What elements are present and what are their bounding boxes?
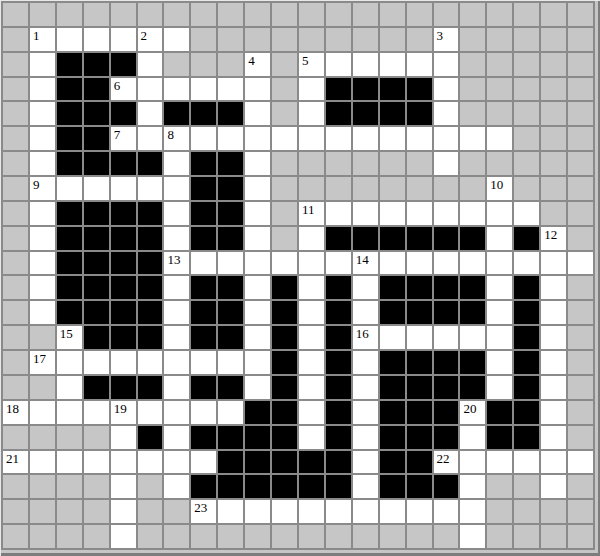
white-cell[interactable] xyxy=(380,252,405,275)
unused-cell xyxy=(353,3,378,26)
black-cell xyxy=(111,376,136,399)
white-cell[interactable] xyxy=(111,451,136,474)
unused-cell xyxy=(164,500,189,523)
white-cell[interactable]: 18 xyxy=(3,401,28,424)
white-cell[interactable] xyxy=(487,376,512,399)
unused-cell xyxy=(353,525,378,548)
unused-cell xyxy=(568,28,593,51)
unused-cell xyxy=(191,53,216,76)
white-cell[interactable] xyxy=(84,351,109,374)
unused-cell xyxy=(487,525,512,548)
black-cell xyxy=(84,78,109,101)
unused-cell xyxy=(541,177,566,200)
unused-cell xyxy=(380,152,405,175)
white-cell[interactable] xyxy=(460,326,485,349)
white-cell[interactable] xyxy=(272,500,297,523)
white-cell[interactable] xyxy=(138,451,163,474)
black-cell xyxy=(57,202,82,225)
white-cell[interactable] xyxy=(164,426,189,449)
black-cell xyxy=(272,401,297,424)
white-cell[interactable] xyxy=(353,500,378,523)
unused-cell xyxy=(3,177,28,200)
white-cell[interactable] xyxy=(138,78,163,101)
white-cell[interactable] xyxy=(57,177,82,200)
unused-cell xyxy=(111,3,136,26)
white-cell[interactable] xyxy=(380,326,405,349)
white-cell[interactable] xyxy=(84,28,109,51)
unused-cell xyxy=(272,102,297,125)
white-cell[interactable] xyxy=(487,227,512,250)
unused-cell xyxy=(568,301,593,324)
unused-cell xyxy=(3,127,28,150)
white-cell[interactable] xyxy=(164,276,189,299)
black-cell xyxy=(138,252,163,275)
white-cell[interactable] xyxy=(245,202,270,225)
white-cell[interactable] xyxy=(218,252,243,275)
white-cell[interactable] xyxy=(111,500,136,523)
unused-cell xyxy=(272,3,297,26)
white-cell[interactable] xyxy=(164,78,189,101)
white-cell[interactable] xyxy=(541,301,566,324)
white-cell[interactable]: 19 xyxy=(111,401,136,424)
white-cell[interactable] xyxy=(299,401,324,424)
white-cell[interactable] xyxy=(30,127,55,150)
black-cell xyxy=(380,401,405,424)
white-cell[interactable] xyxy=(164,401,189,424)
unused-cell xyxy=(3,3,28,26)
unused-cell xyxy=(218,28,243,51)
white-cell[interactable] xyxy=(380,202,405,225)
white-cell[interactable] xyxy=(460,475,485,498)
white-cell[interactable] xyxy=(191,252,216,275)
white-cell[interactable] xyxy=(245,177,270,200)
white-cell[interactable] xyxy=(434,78,459,101)
black-cell xyxy=(407,475,432,498)
white-cell[interactable]: 7 xyxy=(111,127,136,150)
white-cell[interactable] xyxy=(487,351,512,374)
black-cell xyxy=(380,376,405,399)
white-cell[interactable] xyxy=(299,326,324,349)
black-cell xyxy=(407,376,432,399)
white-cell[interactable] xyxy=(111,28,136,51)
white-cell[interactable]: 11 xyxy=(299,202,324,225)
black-cell xyxy=(57,53,82,76)
white-cell[interactable] xyxy=(191,401,216,424)
white-cell[interactable] xyxy=(407,500,432,523)
black-cell xyxy=(353,78,378,101)
white-cell[interactable] xyxy=(30,451,55,474)
white-cell[interactable] xyxy=(84,401,109,424)
unused-cell xyxy=(57,525,82,548)
unused-cell xyxy=(407,177,432,200)
white-cell[interactable] xyxy=(30,301,55,324)
white-cell[interactable] xyxy=(218,127,243,150)
white-cell[interactable]: 3 xyxy=(434,28,459,51)
white-cell[interactable]: 23 xyxy=(191,500,216,523)
white-cell[interactable] xyxy=(514,451,539,474)
white-cell[interactable] xyxy=(460,500,485,523)
black-cell xyxy=(191,276,216,299)
white-cell[interactable]: 16 xyxy=(353,326,378,349)
unused-cell xyxy=(514,102,539,125)
white-cell[interactable] xyxy=(487,301,512,324)
white-cell[interactable] xyxy=(164,376,189,399)
white-cell[interactable] xyxy=(353,475,378,498)
white-cell[interactable] xyxy=(218,401,243,424)
white-cell[interactable] xyxy=(434,53,459,76)
unused-cell xyxy=(541,500,566,523)
white-cell[interactable] xyxy=(326,53,351,76)
unused-cell xyxy=(460,152,485,175)
unused-cell xyxy=(460,28,485,51)
unused-cell xyxy=(568,102,593,125)
white-cell[interactable] xyxy=(84,451,109,474)
unused-cell xyxy=(380,525,405,548)
crossword-grid: 1234567891011121314151617181920212223 xyxy=(1,1,595,550)
white-cell[interactable] xyxy=(164,28,189,51)
white-cell[interactable] xyxy=(111,351,136,374)
white-cell[interactable] xyxy=(326,127,351,150)
black-cell xyxy=(57,276,82,299)
white-cell[interactable] xyxy=(541,475,566,498)
unused-cell xyxy=(164,3,189,26)
white-cell[interactable] xyxy=(460,426,485,449)
unused-cell xyxy=(164,53,189,76)
white-cell[interactable] xyxy=(164,301,189,324)
unused-cell xyxy=(3,426,28,449)
black-cell xyxy=(164,102,189,125)
black-cell xyxy=(272,326,297,349)
black-cell xyxy=(138,227,163,250)
unused-cell xyxy=(84,426,109,449)
white-cell[interactable] xyxy=(541,426,566,449)
unused-cell xyxy=(541,152,566,175)
white-cell[interactable]: 20 xyxy=(460,401,485,424)
white-cell[interactable] xyxy=(434,500,459,523)
white-cell[interactable] xyxy=(353,276,378,299)
black-cell xyxy=(407,401,432,424)
unused-cell xyxy=(30,500,55,523)
white-cell[interactable]: 12 xyxy=(541,227,566,250)
black-cell xyxy=(191,376,216,399)
unused-cell xyxy=(272,202,297,225)
white-cell[interactable] xyxy=(353,401,378,424)
white-cell[interactable] xyxy=(111,525,136,548)
white-cell[interactable] xyxy=(299,78,324,101)
unused-cell xyxy=(568,177,593,200)
black-cell xyxy=(380,78,405,101)
white-cell[interactable]: 22 xyxy=(434,451,459,474)
white-cell[interactable] xyxy=(299,252,324,275)
white-cell[interactable] xyxy=(30,152,55,175)
black-cell xyxy=(272,451,297,474)
white-cell[interactable] xyxy=(353,127,378,150)
clue-number: 16 xyxy=(353,326,378,341)
white-cell[interactable] xyxy=(245,276,270,299)
white-cell[interactable] xyxy=(353,53,378,76)
black-cell xyxy=(407,102,432,125)
white-cell[interactable] xyxy=(245,152,270,175)
white-cell[interactable] xyxy=(57,401,82,424)
white-cell[interactable] xyxy=(568,451,593,474)
unused-cell xyxy=(568,53,593,76)
white-cell[interactable] xyxy=(164,227,189,250)
white-cell[interactable] xyxy=(30,53,55,76)
white-cell[interactable] xyxy=(326,500,351,523)
clue-number: 9 xyxy=(30,177,55,192)
white-cell[interactable] xyxy=(299,276,324,299)
white-cell[interactable]: 6 xyxy=(111,78,136,101)
white-cell[interactable] xyxy=(138,127,163,150)
unused-cell xyxy=(487,3,512,26)
white-cell[interactable]: 5 xyxy=(299,53,324,76)
white-cell[interactable] xyxy=(245,301,270,324)
white-cell[interactable] xyxy=(326,252,351,275)
unused-cell xyxy=(460,102,485,125)
white-cell[interactable] xyxy=(57,451,82,474)
white-cell[interactable] xyxy=(299,376,324,399)
unused-cell xyxy=(541,102,566,125)
black-cell xyxy=(84,53,109,76)
unused-cell xyxy=(434,525,459,548)
unused-cell xyxy=(84,525,109,548)
white-cell[interactable] xyxy=(380,500,405,523)
white-cell[interactable] xyxy=(353,376,378,399)
black-cell xyxy=(84,127,109,150)
white-cell[interactable] xyxy=(272,252,297,275)
white-cell[interactable] xyxy=(487,127,512,150)
white-cell[interactable] xyxy=(487,326,512,349)
clue-number: 14 xyxy=(353,252,378,267)
white-cell[interactable] xyxy=(191,78,216,101)
white-cell[interactable] xyxy=(299,102,324,125)
black-cell xyxy=(111,152,136,175)
unused-cell xyxy=(487,152,512,175)
white-cell[interactable] xyxy=(111,426,136,449)
white-cell[interactable] xyxy=(245,500,270,523)
unused-cell xyxy=(272,53,297,76)
black-cell xyxy=(326,351,351,374)
white-cell[interactable] xyxy=(245,351,270,374)
white-cell[interactable] xyxy=(299,351,324,374)
white-cell[interactable] xyxy=(57,28,82,51)
white-cell[interactable] xyxy=(407,127,432,150)
black-cell xyxy=(111,102,136,125)
unused-cell xyxy=(191,3,216,26)
white-cell[interactable] xyxy=(30,227,55,250)
white-cell[interactable] xyxy=(84,177,109,200)
white-cell[interactable] xyxy=(299,426,324,449)
white-cell[interactable] xyxy=(514,202,539,225)
white-cell[interactable] xyxy=(57,376,82,399)
white-cell[interactable]: 10 xyxy=(487,177,512,200)
white-cell[interactable] xyxy=(164,177,189,200)
white-cell[interactable] xyxy=(380,53,405,76)
white-cell[interactable]: 1 xyxy=(30,28,55,51)
white-cell[interactable] xyxy=(245,376,270,399)
white-cell[interactable] xyxy=(380,127,405,150)
white-cell[interactable] xyxy=(138,53,163,76)
unused-cell xyxy=(460,78,485,101)
black-cell xyxy=(191,475,216,498)
white-cell[interactable] xyxy=(299,227,324,250)
white-cell[interactable] xyxy=(191,351,216,374)
black-cell xyxy=(84,202,109,225)
black-cell xyxy=(111,301,136,324)
white-cell[interactable] xyxy=(138,351,163,374)
white-cell[interactable] xyxy=(487,276,512,299)
white-cell[interactable] xyxy=(568,252,593,275)
white-cell[interactable] xyxy=(164,202,189,225)
white-cell[interactable] xyxy=(434,127,459,150)
white-cell[interactable] xyxy=(299,127,324,150)
white-cell[interactable] xyxy=(164,451,189,474)
white-cell[interactable] xyxy=(191,451,216,474)
unused-cell xyxy=(541,202,566,225)
clue-number: 8 xyxy=(164,127,189,142)
black-cell xyxy=(460,351,485,374)
white-cell[interactable] xyxy=(434,202,459,225)
white-cell[interactable] xyxy=(407,252,432,275)
white-cell[interactable]: 14 xyxy=(353,252,378,275)
white-cell[interactable] xyxy=(30,102,55,125)
black-cell xyxy=(218,102,243,125)
unused-cell xyxy=(3,276,28,299)
unused-cell xyxy=(191,28,216,51)
white-cell[interactable] xyxy=(245,127,270,150)
white-cell[interactable] xyxy=(434,152,459,175)
white-cell[interactable] xyxy=(434,252,459,275)
white-cell[interactable]: 2 xyxy=(138,28,163,51)
unused-cell xyxy=(380,3,405,26)
white-cell[interactable] xyxy=(541,276,566,299)
black-cell xyxy=(272,426,297,449)
white-cell[interactable] xyxy=(541,252,566,275)
black-cell xyxy=(245,401,270,424)
white-cell[interactable] xyxy=(245,326,270,349)
white-cell[interactable] xyxy=(407,326,432,349)
white-cell[interactable] xyxy=(353,202,378,225)
white-cell[interactable] xyxy=(514,252,539,275)
white-cell[interactable]: 21 xyxy=(3,451,28,474)
unused-cell xyxy=(487,28,512,51)
white-cell[interactable]: 17 xyxy=(30,351,55,374)
white-cell[interactable] xyxy=(407,202,432,225)
white-cell[interactable] xyxy=(460,127,485,150)
white-cell[interactable] xyxy=(326,202,351,225)
white-cell[interactable] xyxy=(460,525,485,548)
white-cell[interactable] xyxy=(191,127,216,150)
white-cell[interactable] xyxy=(460,451,485,474)
white-cell[interactable]: 4 xyxy=(245,53,270,76)
white-cell[interactable] xyxy=(111,177,136,200)
white-cell[interactable] xyxy=(299,301,324,324)
white-cell[interactable] xyxy=(407,53,432,76)
white-cell[interactable] xyxy=(434,326,459,349)
unused-cell xyxy=(326,3,351,26)
white-cell[interactable] xyxy=(218,351,243,374)
white-cell[interactable]: 9 xyxy=(30,177,55,200)
white-cell[interactable] xyxy=(30,252,55,275)
white-cell[interactable] xyxy=(299,500,324,523)
unused-cell xyxy=(3,351,28,374)
black-cell xyxy=(460,227,485,250)
white-cell[interactable] xyxy=(245,102,270,125)
white-cell[interactable] xyxy=(111,475,136,498)
black-cell xyxy=(299,475,324,498)
white-cell[interactable] xyxy=(434,102,459,125)
white-cell[interactable] xyxy=(57,351,82,374)
white-cell[interactable] xyxy=(138,401,163,424)
unused-cell xyxy=(3,252,28,275)
white-cell[interactable] xyxy=(164,152,189,175)
white-cell[interactable] xyxy=(460,252,485,275)
white-cell[interactable] xyxy=(245,252,270,275)
white-cell[interactable] xyxy=(541,451,566,474)
unused-cell xyxy=(3,326,28,349)
black-cell xyxy=(434,351,459,374)
white-cell[interactable] xyxy=(164,351,189,374)
unused-cell xyxy=(541,53,566,76)
white-cell[interactable] xyxy=(218,500,243,523)
white-cell[interactable]: 13 xyxy=(164,252,189,275)
black-cell xyxy=(272,475,297,498)
white-cell[interactable] xyxy=(164,326,189,349)
unused-cell xyxy=(3,301,28,324)
white-cell[interactable]: 15 xyxy=(57,326,82,349)
white-cell[interactable] xyxy=(30,202,55,225)
black-cell xyxy=(487,401,512,424)
white-cell[interactable] xyxy=(541,376,566,399)
white-cell[interactable] xyxy=(30,78,55,101)
unused-cell xyxy=(30,475,55,498)
white-cell[interactable] xyxy=(487,252,512,275)
white-cell[interactable] xyxy=(272,127,297,150)
unused-cell xyxy=(30,525,55,548)
unused-cell xyxy=(568,500,593,523)
white-cell[interactable] xyxy=(353,351,378,374)
white-cell[interactable] xyxy=(353,451,378,474)
white-cell[interactable] xyxy=(218,78,243,101)
white-cell[interactable] xyxy=(541,351,566,374)
black-cell xyxy=(434,301,459,324)
black-cell xyxy=(434,376,459,399)
white-cell[interactable] xyxy=(541,326,566,349)
white-cell[interactable] xyxy=(460,202,485,225)
white-cell[interactable] xyxy=(541,401,566,424)
white-cell[interactable]: 8 xyxy=(164,127,189,150)
white-cell[interactable] xyxy=(138,177,163,200)
white-cell[interactable] xyxy=(30,401,55,424)
white-cell[interactable] xyxy=(245,227,270,250)
black-cell xyxy=(380,301,405,324)
white-cell[interactable] xyxy=(487,451,512,474)
white-cell[interactable] xyxy=(164,475,189,498)
black-cell xyxy=(84,326,109,349)
white-cell[interactable] xyxy=(245,78,270,101)
black-cell xyxy=(218,177,243,200)
unused-cell xyxy=(57,500,82,523)
clue-number: 15 xyxy=(57,326,82,341)
white-cell[interactable] xyxy=(353,426,378,449)
black-cell xyxy=(326,301,351,324)
white-cell[interactable] xyxy=(30,276,55,299)
white-cell[interactable] xyxy=(138,102,163,125)
black-cell xyxy=(111,202,136,225)
white-cell[interactable] xyxy=(487,202,512,225)
white-cell[interactable] xyxy=(353,301,378,324)
black-cell xyxy=(434,475,459,498)
